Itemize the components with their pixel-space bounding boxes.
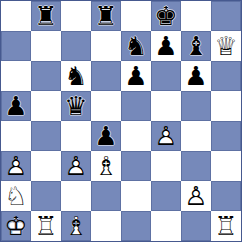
- white-pawn-icon[interactable]: ♟♙: [61, 151, 91, 181]
- square-f6[interactable]: [151, 61, 181, 91]
- square-b1[interactable]: ♜♖: [31, 211, 61, 241]
- black-bishop-icon[interactable]: ♝: [181, 31, 211, 61]
- white-pawn-icon[interactable]: ♟♙: [1, 151, 31, 181]
- square-d8[interactable]: ♜: [91, 1, 121, 31]
- square-h5[interactable]: [211, 91, 241, 121]
- square-a7[interactable]: [1, 31, 31, 61]
- square-e8[interactable]: [121, 1, 151, 31]
- square-d6[interactable]: [91, 61, 121, 91]
- square-g5[interactable]: [181, 91, 211, 121]
- chess-board: ♜♜♚♞♟♝♛♕♞♟♟♟♛♟♟♙♟♙♟♙♝♗♞♘♟♙♚♔♜♖♝♗♜♖: [0, 0, 242, 242]
- black-rook-icon[interactable]: ♜: [91, 1, 121, 31]
- square-c7[interactable]: [61, 31, 91, 61]
- square-g1[interactable]: [181, 211, 211, 241]
- black-pawn-icon[interactable]: ♟: [151, 31, 181, 61]
- black-king-icon[interactable]: ♚: [151, 1, 181, 31]
- black-pawn-icon[interactable]: ♟: [121, 61, 151, 91]
- square-d2[interactable]: [91, 181, 121, 211]
- square-a8[interactable]: [1, 1, 31, 31]
- square-h3[interactable]: [211, 151, 241, 181]
- square-d4[interactable]: ♟: [91, 121, 121, 151]
- square-e7[interactable]: ♞: [121, 31, 151, 61]
- square-f1[interactable]: [151, 211, 181, 241]
- square-c4[interactable]: [61, 121, 91, 151]
- square-h8[interactable]: [211, 1, 241, 31]
- square-d1[interactable]: [91, 211, 121, 241]
- square-a3[interactable]: ♟♙: [1, 151, 31, 181]
- white-pawn-icon[interactable]: ♟♙: [181, 181, 211, 211]
- square-c6[interactable]: ♞: [61, 61, 91, 91]
- square-h2[interactable]: [211, 181, 241, 211]
- square-f5[interactable]: [151, 91, 181, 121]
- square-e4[interactable]: [121, 121, 151, 151]
- square-a6[interactable]: [1, 61, 31, 91]
- square-a2[interactable]: ♞♘: [1, 181, 31, 211]
- square-h4[interactable]: [211, 121, 241, 151]
- white-rook-icon[interactable]: ♜♖: [31, 211, 61, 241]
- square-e5[interactable]: [121, 91, 151, 121]
- white-king-icon[interactable]: ♚♔: [1, 211, 31, 241]
- square-g7[interactable]: ♝: [181, 31, 211, 61]
- square-h1[interactable]: ♜♖: [211, 211, 241, 241]
- square-c5[interactable]: ♛: [61, 91, 91, 121]
- square-g6[interactable]: ♟: [181, 61, 211, 91]
- square-b2[interactable]: [31, 181, 61, 211]
- square-e6[interactable]: ♟: [121, 61, 151, 91]
- square-c1[interactable]: ♝♗: [61, 211, 91, 241]
- square-f8[interactable]: ♚: [151, 1, 181, 31]
- black-pawn-icon[interactable]: ♟: [181, 61, 211, 91]
- square-a4[interactable]: [1, 121, 31, 151]
- square-h7[interactable]: ♛♕: [211, 31, 241, 61]
- white-bishop-icon[interactable]: ♝♗: [61, 211, 91, 241]
- square-b6[interactable]: [31, 61, 61, 91]
- black-pawn-icon[interactable]: ♟: [91, 121, 121, 151]
- square-d5[interactable]: [91, 91, 121, 121]
- square-b7[interactable]: [31, 31, 61, 61]
- square-e1[interactable]: [121, 211, 151, 241]
- square-b3[interactable]: [31, 151, 61, 181]
- square-a5[interactable]: ♟: [1, 91, 31, 121]
- white-knight-icon[interactable]: ♞♘: [1, 181, 31, 211]
- square-e3[interactable]: [121, 151, 151, 181]
- square-b5[interactable]: [31, 91, 61, 121]
- square-h6[interactable]: [211, 61, 241, 91]
- square-f2[interactable]: [151, 181, 181, 211]
- square-d7[interactable]: [91, 31, 121, 61]
- square-d3[interactable]: ♝♗: [91, 151, 121, 181]
- square-g2[interactable]: ♟♙: [181, 181, 211, 211]
- square-g4[interactable]: [181, 121, 211, 151]
- square-b4[interactable]: [31, 121, 61, 151]
- square-e2[interactable]: [121, 181, 151, 211]
- square-c8[interactable]: [61, 1, 91, 31]
- square-f7[interactable]: ♟: [151, 31, 181, 61]
- black-knight-icon[interactable]: ♞: [61, 61, 91, 91]
- black-pawn-icon[interactable]: ♟: [1, 91, 31, 121]
- white-rook-icon[interactable]: ♜♖: [211, 211, 241, 241]
- white-bishop-icon[interactable]: ♝♗: [91, 151, 121, 181]
- square-f4[interactable]: ♟♙: [151, 121, 181, 151]
- square-c2[interactable]: [61, 181, 91, 211]
- black-queen-icon[interactable]: ♛: [61, 91, 91, 121]
- white-pawn-icon[interactable]: ♟♙: [151, 121, 181, 151]
- square-c3[interactable]: ♟♙: [61, 151, 91, 181]
- square-g3[interactable]: [181, 151, 211, 181]
- black-knight-icon[interactable]: ♞: [121, 31, 151, 61]
- square-g8[interactable]: [181, 1, 211, 31]
- white-queen-icon[interactable]: ♛♕: [211, 31, 241, 61]
- square-b8[interactable]: ♜: [31, 1, 61, 31]
- square-a1[interactable]: ♚♔: [1, 211, 31, 241]
- black-rook-icon[interactable]: ♜: [31, 1, 61, 31]
- square-f3[interactable]: [151, 151, 181, 181]
